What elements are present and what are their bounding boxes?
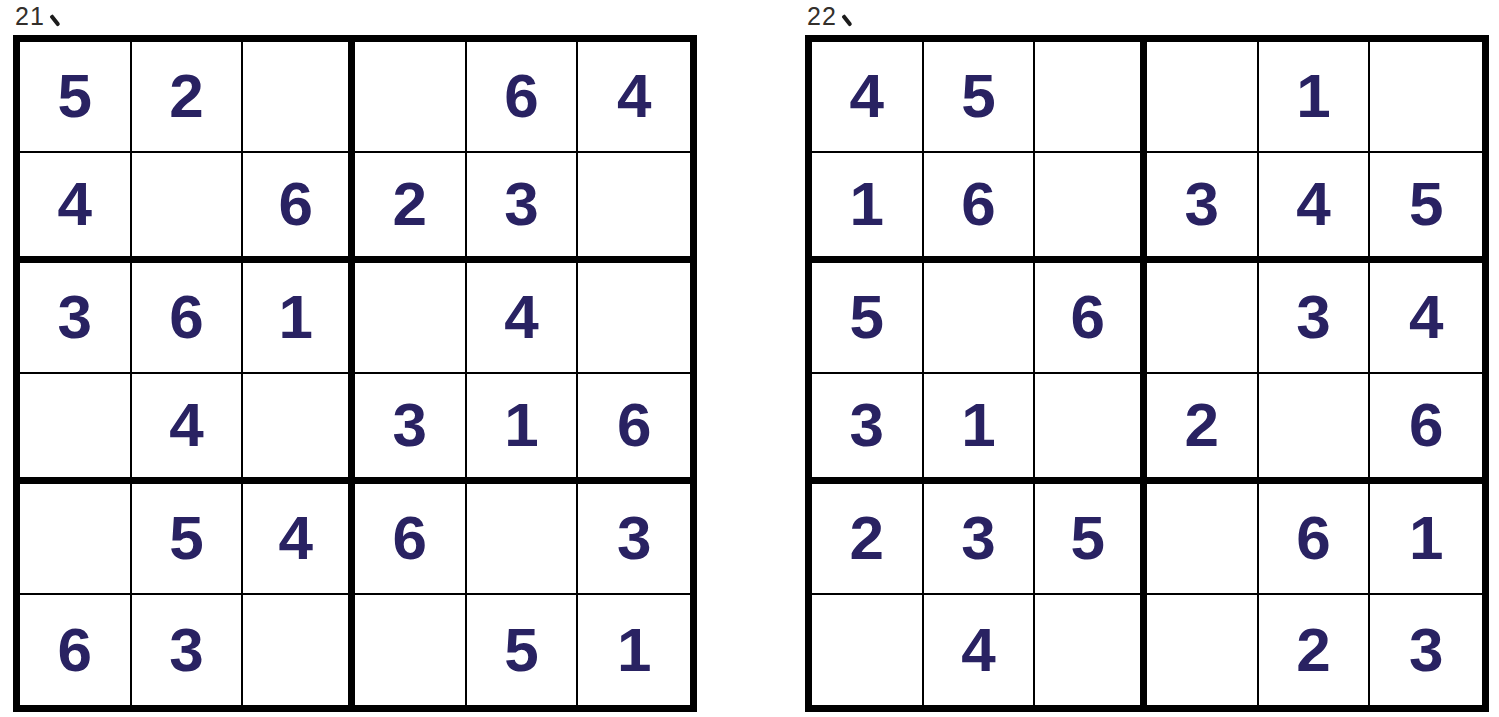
sudoku-cell-r3c5: 4 bbox=[467, 263, 579, 374]
puzzle-21: 21 526446233614431654636351 bbox=[13, 0, 697, 717]
sudoku-cell-r2c6: 5 bbox=[1370, 153, 1482, 264]
sudoku-cell-r6c5: 2 bbox=[1259, 595, 1371, 706]
sudoku-cell-r5c3: 4 bbox=[243, 484, 355, 595]
sudoku-cell-r4c5 bbox=[1259, 374, 1371, 485]
sudoku-cell-r2c2 bbox=[132, 153, 244, 264]
sudoku-cell-r2c4: 3 bbox=[1147, 153, 1259, 264]
sudoku-cell-r2c5: 4 bbox=[1259, 153, 1371, 264]
sudoku-cell-r6c2: 4 bbox=[924, 595, 1036, 706]
sudoku-cell-r5c1: 2 bbox=[812, 484, 924, 595]
sudoku-cell-r4c3 bbox=[243, 374, 355, 485]
sudoku-cell-r3c4 bbox=[1147, 263, 1259, 374]
sudoku-cell-r1c3 bbox=[243, 42, 355, 153]
sudoku-cell-r6c2: 3 bbox=[132, 595, 244, 706]
puzzle-22-number: 22 bbox=[807, 2, 837, 31]
sudoku-cell-r6c1: 6 bbox=[20, 595, 132, 706]
sudoku-cell-r5c6: 3 bbox=[578, 484, 690, 595]
sudoku-cell-r2c6 bbox=[578, 153, 690, 264]
sudoku-cell-r1c1: 5 bbox=[20, 42, 132, 153]
sudoku-cell-r4c3 bbox=[1035, 374, 1147, 485]
sudoku-cell-r4c4: 2 bbox=[1147, 374, 1259, 485]
sudoku-cell-r4c2: 4 bbox=[132, 374, 244, 485]
sudoku-cell-r3c6: 4 bbox=[1370, 263, 1482, 374]
sudoku-cell-r1c5: 1 bbox=[1259, 42, 1371, 153]
sudoku-cell-r5c4: 6 bbox=[355, 484, 467, 595]
sudoku-cell-r6c3 bbox=[1035, 595, 1147, 706]
sudoku-cell-r2c2: 6 bbox=[924, 153, 1036, 264]
ideographic-comma-icon bbox=[49, 14, 60, 27]
sudoku-cell-r3c2: 6 bbox=[132, 263, 244, 374]
sudoku-cell-r3c6 bbox=[578, 263, 690, 374]
puzzle-22: 22 451163455634312623561423 bbox=[805, 0, 1489, 717]
sudoku-cell-r6c6: 1 bbox=[578, 595, 690, 706]
sudoku-cell-r4c4: 3 bbox=[355, 374, 467, 485]
sudoku-cell-r5c4 bbox=[1147, 484, 1259, 595]
sudoku-cell-r6c6: 3 bbox=[1370, 595, 1482, 706]
sudoku-cell-r1c2: 5 bbox=[924, 42, 1036, 153]
sudoku-cell-r4c1: 3 bbox=[812, 374, 924, 485]
puzzle-22-label: 22 bbox=[807, 2, 849, 30]
sudoku-board-22: 451163455634312623561423 bbox=[805, 35, 1489, 712]
sudoku-cell-r2c1: 4 bbox=[20, 153, 132, 264]
sudoku-cell-r3c1: 5 bbox=[812, 263, 924, 374]
sudoku-cell-r5c3: 5 bbox=[1035, 484, 1147, 595]
sudoku-cell-r5c1 bbox=[20, 484, 132, 595]
sudoku-cell-r1c1: 4 bbox=[812, 42, 924, 153]
sudoku-cell-r3c3: 6 bbox=[1035, 263, 1147, 374]
sudoku-cell-r1c4 bbox=[1147, 42, 1259, 153]
sudoku-cell-r6c4 bbox=[1147, 595, 1259, 706]
sudoku-cell-r6c5: 5 bbox=[467, 595, 579, 706]
ideographic-comma-icon bbox=[841, 14, 852, 27]
puzzle-21-number: 21 bbox=[15, 2, 45, 31]
sudoku-cell-r2c3: 6 bbox=[243, 153, 355, 264]
sudoku-cell-r6c1 bbox=[812, 595, 924, 706]
sudoku-cell-r4c6: 6 bbox=[578, 374, 690, 485]
sudoku-cell-r3c1: 3 bbox=[20, 263, 132, 374]
sudoku-cell-r6c4 bbox=[355, 595, 467, 706]
sudoku-cell-r3c2 bbox=[924, 263, 1036, 374]
sudoku-cell-r2c3 bbox=[1035, 153, 1147, 264]
sudoku-cell-r5c6: 1 bbox=[1370, 484, 1482, 595]
sudoku-cell-r5c5: 6 bbox=[1259, 484, 1371, 595]
sudoku-cell-r3c3: 1 bbox=[243, 263, 355, 374]
sudoku-cell-r1c6: 4 bbox=[578, 42, 690, 153]
sudoku-cell-r1c5: 6 bbox=[467, 42, 579, 153]
puzzle-21-label: 21 bbox=[15, 2, 57, 30]
sudoku-cell-r3c4 bbox=[355, 263, 467, 374]
sudoku-cell-r4c5: 1 bbox=[467, 374, 579, 485]
sudoku-cell-r1c2: 2 bbox=[132, 42, 244, 153]
sudoku-cell-r5c2: 5 bbox=[132, 484, 244, 595]
sudoku-cell-r1c4 bbox=[355, 42, 467, 153]
sudoku-cell-r4c6: 6 bbox=[1370, 374, 1482, 485]
sudoku-cell-r1c6 bbox=[1370, 42, 1482, 153]
sudoku-cell-r5c5 bbox=[467, 484, 579, 595]
sudoku-board-21: 526446233614431654636351 bbox=[13, 35, 697, 712]
sudoku-cell-r1c3 bbox=[1035, 42, 1147, 153]
sudoku-cell-r4c1 bbox=[20, 374, 132, 485]
sudoku-cell-r2c4: 2 bbox=[355, 153, 467, 264]
sudoku-cell-r5c2: 3 bbox=[924, 484, 1036, 595]
sudoku-cell-r6c3 bbox=[243, 595, 355, 706]
sudoku-cell-r2c1: 1 bbox=[812, 153, 924, 264]
sudoku-cell-r2c5: 3 bbox=[467, 153, 579, 264]
sudoku-cell-r3c5: 3 bbox=[1259, 263, 1371, 374]
sudoku-cell-r4c2: 1 bbox=[924, 374, 1036, 485]
